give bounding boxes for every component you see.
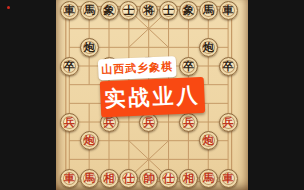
banner-group: 山西武乡象棋 实战业八 xyxy=(96,53,211,120)
letterbox-right xyxy=(248,0,304,190)
piece-red-f7r9[interactable]: 馬 xyxy=(199,169,218,188)
piece-black-f6r0[interactable]: 象 xyxy=(179,1,198,20)
piece-black-f7r0[interactable]: 馬 xyxy=(199,1,218,20)
piece-red-f3r9[interactable]: 仕 xyxy=(119,169,138,188)
piece-black-f3r0[interactable]: 士 xyxy=(119,1,138,20)
piece-red-f0r6[interactable]: 兵 xyxy=(60,113,79,132)
piece-black-f0r3[interactable]: 卒 xyxy=(60,57,79,76)
piece-black-f4r0[interactable]: 将 xyxy=(139,1,158,20)
piece-black-f5r0[interactable]: 士 xyxy=(159,1,178,20)
piece-red-f8r6[interactable]: 兵 xyxy=(219,113,238,132)
red-dot-indicator xyxy=(7,6,10,9)
title-text: 实战业八 xyxy=(104,81,201,113)
piece-red-f2r9[interactable]: 相 xyxy=(100,169,119,188)
piece-red-f5r9[interactable]: 仕 xyxy=(159,169,178,188)
video-frame: 車馬象士将士象馬車炮炮卒卒卒卒卒兵兵兵兵兵炮炮車馬相仕帥仕相馬車 山西武乡象棋 … xyxy=(0,0,304,190)
subtitle-text: 山西武乡象棋 xyxy=(101,59,174,77)
piece-red-f0r9[interactable]: 車 xyxy=(60,169,79,188)
piece-black-f1r0[interactable]: 馬 xyxy=(80,1,99,20)
subtitle-banner: 山西武乡象棋 xyxy=(98,56,177,80)
piece-black-f2r0[interactable]: 象 xyxy=(100,1,119,20)
piece-red-f6r9[interactable]: 相 xyxy=(179,169,198,188)
piece-black-f8r0[interactable]: 車 xyxy=(219,1,238,20)
piece-black-f8r3[interactable]: 卒 xyxy=(219,57,238,76)
title-banner: 实战业八 xyxy=(100,77,205,118)
piece-red-f1r9[interactable]: 馬 xyxy=(80,169,99,188)
piece-red-f7r7[interactable]: 炮 xyxy=(199,131,218,150)
piece-red-f4r9[interactable]: 帥 xyxy=(139,169,158,188)
piece-black-f0r0[interactable]: 車 xyxy=(60,1,79,20)
letterbox-left xyxy=(0,0,56,190)
piece-red-f1r7[interactable]: 炮 xyxy=(80,131,99,150)
piece-black-f1r2[interactable]: 炮 xyxy=(80,38,99,57)
piece-red-f8r9[interactable]: 車 xyxy=(219,169,238,188)
